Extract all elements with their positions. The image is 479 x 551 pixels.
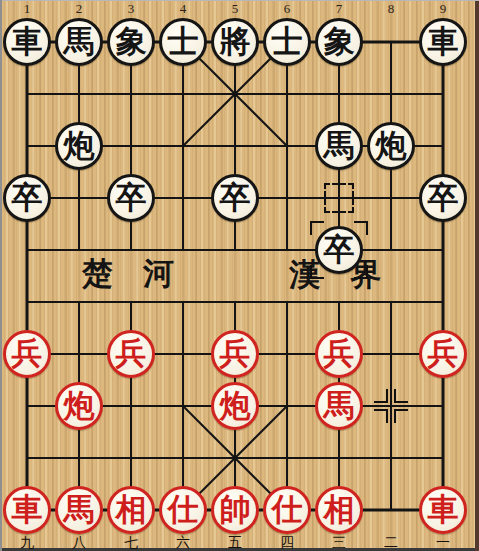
piece-black[interactable]: 炮 xyxy=(367,122,415,170)
piece-black[interactable]: 象 xyxy=(107,18,155,66)
piece-black[interactable]: 卒 xyxy=(3,174,51,222)
file-label-bottom: 八 xyxy=(66,536,92,550)
file-label-bottom: 六 xyxy=(170,536,196,550)
piece-red[interactable]: 兵 xyxy=(107,330,155,378)
piece-black[interactable]: 士 xyxy=(263,18,311,66)
file-label-top: 9 xyxy=(430,2,456,16)
piece-red[interactable]: 相 xyxy=(315,486,363,534)
piece-black[interactable]: 將 xyxy=(211,18,259,66)
piece-black[interactable]: 士 xyxy=(159,18,207,66)
piece-red[interactable]: 馬 xyxy=(55,486,103,534)
file-label-top: 8 xyxy=(378,2,404,16)
piece-red[interactable]: 仕 xyxy=(263,486,311,534)
piece-red[interactable]: 炮 xyxy=(211,382,259,430)
piece-black[interactable]: 車 xyxy=(3,18,51,66)
piece-red[interactable]: 兵 xyxy=(3,330,51,378)
piece-red[interactable]: 仕 xyxy=(159,486,207,534)
river-label-chu-he: 楚河 xyxy=(82,258,204,290)
piece-red[interactable]: 兵 xyxy=(211,330,259,378)
file-label-bottom: 九 xyxy=(14,536,40,550)
file-label-top: 3 xyxy=(118,2,144,16)
piece-red[interactable]: 炮 xyxy=(55,382,103,430)
piece-black[interactable]: 象 xyxy=(315,18,363,66)
piece-black[interactable]: 卒 xyxy=(211,174,259,222)
last-move-from-marker xyxy=(324,183,354,213)
file-label-bottom: 七 xyxy=(118,536,144,550)
file-label-top: 7 xyxy=(326,2,352,16)
file-label-top: 2 xyxy=(66,2,92,16)
piece-red[interactable]: 兵 xyxy=(315,330,363,378)
file-label-bottom: 五 xyxy=(222,536,248,550)
point-cross-marker xyxy=(374,389,408,423)
piece-black[interactable]: 馬 xyxy=(315,122,363,170)
piece-black[interactable]: 馬 xyxy=(55,18,103,66)
file-label-bottom: 一 xyxy=(430,536,456,550)
piece-black[interactable]: 車 xyxy=(419,18,467,66)
piece-red[interactable]: 帥 xyxy=(211,486,259,534)
file-label-bottom: 二 xyxy=(378,536,404,550)
file-label-top: 6 xyxy=(274,2,300,16)
file-label-top: 5 xyxy=(222,2,248,16)
piece-red[interactable]: 兵 xyxy=(419,330,467,378)
piece-black[interactable]: 卒 xyxy=(419,174,467,222)
file-label-bottom: 四 xyxy=(274,536,300,550)
file-label-top: 4 xyxy=(170,2,196,16)
file-label-top: 1 xyxy=(14,2,40,16)
piece-red[interactable]: 車 xyxy=(419,486,467,534)
piece-red[interactable]: 馬 xyxy=(315,382,363,430)
piece-black[interactable]: 炮 xyxy=(55,122,103,170)
file-label-bottom: 三 xyxy=(326,536,352,550)
xiangqi-app-window: 楚河 漢界 123456789九八七六五四三二一 車馬象士將士象車炮馬炮卒卒卒卒… xyxy=(0,0,479,551)
piece-black[interactable]: 卒 xyxy=(107,174,155,222)
piece-red[interactable]: 相 xyxy=(107,486,155,534)
piece-red[interactable]: 車 xyxy=(3,486,51,534)
piece-black[interactable]: 卒 xyxy=(315,226,363,274)
